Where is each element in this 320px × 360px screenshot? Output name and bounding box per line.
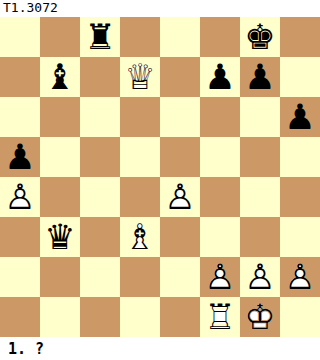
square-c5[interactable] [80,137,120,177]
piece-black-pawn: ♟ [240,57,280,97]
square-d5[interactable] [120,137,160,177]
square-g5[interactable] [240,137,280,177]
piece-white-bishop: ♝♗ [120,217,160,257]
square-b7[interactable]: ♝ [40,57,80,97]
square-b2[interactable] [40,257,80,297]
square-c2[interactable] [80,257,120,297]
square-h5[interactable] [280,137,320,177]
square-e3[interactable] [160,217,200,257]
square-c4[interactable] [80,177,120,217]
square-h1[interactable] [280,297,320,337]
piece-white-pawn: ♟♙ [240,257,280,297]
square-h8[interactable] [280,17,320,57]
square-d1[interactable] [120,297,160,337]
square-g2[interactable]: ♟♙ [240,257,280,297]
square-h6[interactable]: ♟ [280,97,320,137]
square-a2[interactable] [0,257,40,297]
square-e4[interactable]: ♟♙ [160,177,200,217]
square-b3[interactable]: ♛ [40,217,80,257]
piece-outline: ♙ [0,177,40,217]
square-b5[interactable] [40,137,80,177]
piece-outline: ♔ [240,297,280,337]
piece-outline: ♙ [280,257,320,297]
square-a3[interactable] [0,217,40,257]
piece-white-pawn: ♟♙ [200,257,240,297]
piece-black-bishop: ♝ [40,57,80,97]
square-d3[interactable]: ♝♗ [120,217,160,257]
piece-black-king: ♚ [240,17,280,57]
square-f5[interactable] [200,137,240,177]
square-d2[interactable] [120,257,160,297]
piece-outline: ♙ [200,257,240,297]
square-h7[interactable] [280,57,320,97]
square-f2[interactable]: ♟♙ [200,257,240,297]
square-h2[interactable]: ♟♙ [280,257,320,297]
piece-outline: ♕ [120,57,160,97]
piece-white-queen: ♛♕ [120,57,160,97]
piece-white-pawn: ♟♙ [0,177,40,217]
square-g4[interactable] [240,177,280,217]
piece-outline: ♗ [120,217,160,257]
square-d7[interactable]: ♛♕ [120,57,160,97]
square-b4[interactable] [40,177,80,217]
square-e1[interactable] [160,297,200,337]
square-e5[interactable] [160,137,200,177]
square-d6[interactable] [120,97,160,137]
square-d8[interactable] [120,17,160,57]
piece-white-rook: ♜♖ [200,297,240,337]
square-a7[interactable] [0,57,40,97]
square-a8[interactable] [0,17,40,57]
piece-white-pawn: ♟♙ [160,177,200,217]
chess-puzzle-window: T1.3072 ♜♚♝♛♕♟♟♟♟♟♙♟♙♛♝♗♟♙♟♙♟♙♜♖♚♔ 1. ? [0,0,320,360]
piece-black-pawn: ♟ [200,57,240,97]
square-c7[interactable] [80,57,120,97]
square-f3[interactable] [200,217,240,257]
square-g6[interactable] [240,97,280,137]
square-c8[interactable]: ♜ [80,17,120,57]
square-a4[interactable]: ♟♙ [0,177,40,217]
piece-outline: ♙ [160,177,200,217]
square-e8[interactable] [160,17,200,57]
square-c6[interactable] [80,97,120,137]
square-c1[interactable] [80,297,120,337]
puzzle-id: T1.3072 [3,0,58,16]
piece-outline: ♙ [240,257,280,297]
piece-outline: ♖ [200,297,240,337]
square-g3[interactable] [240,217,280,257]
square-b1[interactable] [40,297,80,337]
square-f6[interactable] [200,97,240,137]
move-prompt: 1. ? [8,340,44,358]
square-f7[interactable]: ♟ [200,57,240,97]
square-b8[interactable] [40,17,80,57]
square-f1[interactable]: ♜♖ [200,297,240,337]
square-a1[interactable] [0,297,40,337]
piece-black-queen: ♛ [40,217,80,257]
square-f4[interactable] [200,177,240,217]
piece-black-rook: ♜ [80,17,120,57]
square-h4[interactable] [280,177,320,217]
square-e7[interactable] [160,57,200,97]
square-g8[interactable]: ♚ [240,17,280,57]
piece-white-pawn: ♟♙ [280,257,320,297]
square-f8[interactable] [200,17,240,57]
square-a5[interactable]: ♟ [0,137,40,177]
square-e2[interactable] [160,257,200,297]
square-a6[interactable] [0,97,40,137]
square-b6[interactable] [40,97,80,137]
square-d4[interactable] [120,177,160,217]
square-g7[interactable]: ♟ [240,57,280,97]
square-g1[interactable]: ♚♔ [240,297,280,337]
chess-board: ♜♚♝♛♕♟♟♟♟♟♙♟♙♛♝♗♟♙♟♙♟♙♜♖♚♔ [0,17,320,337]
square-c3[interactable] [80,217,120,257]
square-h3[interactable] [280,217,320,257]
piece-black-pawn: ♟ [0,137,40,177]
square-e6[interactable] [160,97,200,137]
piece-white-king: ♚♔ [240,297,280,337]
piece-black-pawn: ♟ [280,97,320,137]
